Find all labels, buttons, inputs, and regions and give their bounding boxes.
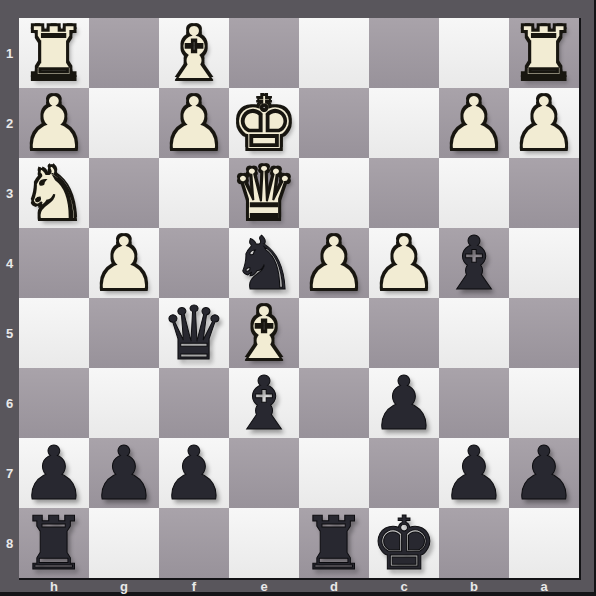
square-h4[interactable] xyxy=(19,228,89,298)
file-label-g: g xyxy=(89,578,159,594)
square-d8[interactable]: ♜ xyxy=(299,508,369,578)
piece-black-king-c8[interactable]: ♚ xyxy=(371,508,437,578)
piece-black-pawn-b7[interactable]: ♟ xyxy=(441,438,507,508)
square-f2[interactable]: ♟ xyxy=(159,88,229,158)
square-g2[interactable] xyxy=(89,88,159,158)
piece-white-pawn-a2[interactable]: ♟ xyxy=(511,88,577,158)
square-b6[interactable] xyxy=(439,368,509,438)
square-e2[interactable]: ♚ xyxy=(229,88,299,158)
square-d5[interactable] xyxy=(299,298,369,368)
square-g6[interactable] xyxy=(89,368,159,438)
square-d6[interactable] xyxy=(299,368,369,438)
square-h8[interactable]: ♜ xyxy=(19,508,89,578)
square-g3[interactable] xyxy=(89,158,159,228)
square-a2[interactable]: ♟ xyxy=(509,88,579,158)
chess-board-frame: 12345678 ♜♝♜♟♟♚♟♟♞♛♟♞♟♟♝♛♝♝♟♟♟♟♟♟♜♜♚ hgf… xyxy=(0,0,596,596)
piece-white-bishop-f1[interactable]: ♝ xyxy=(161,18,227,88)
square-f5[interactable]: ♛ xyxy=(159,298,229,368)
square-d7[interactable] xyxy=(299,438,369,508)
piece-white-rook-a1[interactable]: ♜ xyxy=(511,18,577,88)
rank-label-2: 2 xyxy=(0,88,19,158)
square-e7[interactable] xyxy=(229,438,299,508)
square-e3[interactable]: ♛ xyxy=(229,158,299,228)
square-f3[interactable] xyxy=(159,158,229,228)
piece-black-pawn-h7[interactable]: ♟ xyxy=(21,438,87,508)
square-h5[interactable] xyxy=(19,298,89,368)
square-h1[interactable]: ♜ xyxy=(19,18,89,88)
square-c8[interactable]: ♚ xyxy=(369,508,439,578)
square-c4[interactable]: ♟ xyxy=(369,228,439,298)
square-c3[interactable] xyxy=(369,158,439,228)
square-e1[interactable] xyxy=(229,18,299,88)
square-f8[interactable] xyxy=(159,508,229,578)
square-a4[interactable] xyxy=(509,228,579,298)
piece-white-pawn-b2[interactable]: ♟ xyxy=(441,88,507,158)
square-a8[interactable] xyxy=(509,508,579,578)
rank-label-4: 4 xyxy=(0,228,19,298)
square-g8[interactable] xyxy=(89,508,159,578)
piece-black-pawn-g7[interactable]: ♟ xyxy=(91,438,157,508)
file-label-d: d xyxy=(299,578,369,594)
square-e6[interactable]: ♝ xyxy=(229,368,299,438)
piece-black-bishop-b4[interactable]: ♝ xyxy=(441,228,507,298)
file-label-e: e xyxy=(229,578,299,594)
file-label-f: f xyxy=(159,578,229,594)
file-label-c: c xyxy=(369,578,439,594)
square-b1[interactable] xyxy=(439,18,509,88)
square-d4[interactable]: ♟ xyxy=(299,228,369,298)
piece-white-knight-h3[interactable]: ♞ xyxy=(21,158,87,228)
square-f1[interactable]: ♝ xyxy=(159,18,229,88)
rank-label-5: 5 xyxy=(0,298,19,368)
square-b4[interactable]: ♝ xyxy=(439,228,509,298)
piece-white-king-e2[interactable]: ♚ xyxy=(231,88,297,158)
piece-black-rook-h8[interactable]: ♜ xyxy=(21,508,87,578)
square-c2[interactable] xyxy=(369,88,439,158)
square-c5[interactable] xyxy=(369,298,439,368)
rank-label-1: 1 xyxy=(0,18,19,88)
square-g1[interactable] xyxy=(89,18,159,88)
piece-white-pawn-h2[interactable]: ♟ xyxy=(21,88,87,158)
square-a5[interactable] xyxy=(509,298,579,368)
square-e5[interactable]: ♝ xyxy=(229,298,299,368)
rank-label-3: 3 xyxy=(0,158,19,228)
piece-white-pawn-f2[interactable]: ♟ xyxy=(161,88,227,158)
square-h2[interactable]: ♟ xyxy=(19,88,89,158)
square-d2[interactable] xyxy=(299,88,369,158)
square-a7[interactable]: ♟ xyxy=(509,438,579,508)
piece-white-rook-h1[interactable]: ♜ xyxy=(21,18,87,88)
square-e8[interactable] xyxy=(229,508,299,578)
square-a1[interactable]: ♜ xyxy=(509,18,579,88)
chess-board: ♜♝♜♟♟♚♟♟♞♛♟♞♟♟♝♛♝♝♟♟♟♟♟♟♜♜♚ xyxy=(19,18,581,580)
piece-white-queen-e3[interactable]: ♛ xyxy=(231,158,297,228)
square-h7[interactable]: ♟ xyxy=(19,438,89,508)
square-g7[interactable]: ♟ xyxy=(89,438,159,508)
square-b7[interactable]: ♟ xyxy=(439,438,509,508)
rank-label-6: 6 xyxy=(0,368,19,438)
piece-white-bishop-e5[interactable]: ♝ xyxy=(231,298,297,368)
square-f4[interactable] xyxy=(159,228,229,298)
piece-black-pawn-c6[interactable]: ♟ xyxy=(371,368,437,438)
file-label-h: h xyxy=(19,578,89,594)
rank-label-7: 7 xyxy=(0,438,19,508)
piece-white-pawn-c4[interactable]: ♟ xyxy=(371,228,437,298)
piece-black-pawn-a7[interactable]: ♟ xyxy=(511,438,577,508)
piece-black-knight-e4[interactable]: ♞ xyxy=(231,228,297,298)
square-a6[interactable] xyxy=(509,368,579,438)
square-f7[interactable]: ♟ xyxy=(159,438,229,508)
file-labels: hgfedcba xyxy=(19,578,579,594)
square-b8[interactable] xyxy=(439,508,509,578)
rank-labels: 12345678 xyxy=(0,18,19,578)
square-g4[interactable]: ♟ xyxy=(89,228,159,298)
square-d3[interactable] xyxy=(299,158,369,228)
rank-label-8: 8 xyxy=(0,508,19,578)
square-h6[interactable] xyxy=(19,368,89,438)
square-d1[interactable] xyxy=(299,18,369,88)
file-label-a: a xyxy=(509,578,579,594)
square-h3[interactable]: ♞ xyxy=(19,158,89,228)
square-c7[interactable] xyxy=(369,438,439,508)
file-label-b: b xyxy=(439,578,509,594)
square-b5[interactable] xyxy=(439,298,509,368)
square-c6[interactable]: ♟ xyxy=(369,368,439,438)
piece-white-pawn-g4[interactable]: ♟ xyxy=(91,228,157,298)
piece-black-pawn-f7[interactable]: ♟ xyxy=(161,438,227,508)
square-c1[interactable] xyxy=(369,18,439,88)
square-b3[interactable] xyxy=(439,158,509,228)
square-b2[interactable]: ♟ xyxy=(439,88,509,158)
piece-black-rook-d8[interactable]: ♜ xyxy=(301,508,367,578)
square-a3[interactable] xyxy=(509,158,579,228)
piece-black-queen-f5[interactable]: ♛ xyxy=(161,298,227,368)
piece-white-pawn-d4[interactable]: ♟ xyxy=(301,228,367,298)
square-e4[interactable]: ♞ xyxy=(229,228,299,298)
square-g5[interactable] xyxy=(89,298,159,368)
square-f6[interactable] xyxy=(159,368,229,438)
piece-black-bishop-e6[interactable]: ♝ xyxy=(231,368,297,438)
